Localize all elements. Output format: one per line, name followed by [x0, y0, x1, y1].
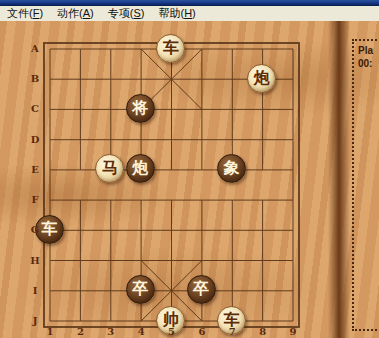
panel-divider — [328, 21, 350, 338]
piece-cannon-B8[interactable]: 炮 — [247, 64, 276, 93]
player-name-label: Pla — [358, 44, 379, 57]
file-label-3: 3 — [104, 326, 118, 338]
rank-label-J: J — [28, 315, 42, 327]
menu-item-2[interactable]: 专项(S) — [101, 6, 152, 21]
piece-elephant-E7[interactable]: 象 — [217, 154, 246, 183]
piece-general-C4[interactable]: 将 — [126, 94, 155, 123]
player-info-panel: Pla 00: — [352, 39, 379, 331]
file-label-7: 7 — [225, 326, 239, 338]
rank-label-H: H — [28, 255, 42, 267]
piece-horse-E3[interactable]: 马 — [95, 154, 124, 183]
piece-soldier-I4[interactable]: 卒 — [126, 275, 155, 304]
board-background: 车炮将马炮象车卒卒帅车 ABCDEFGHIJ123456789 Pla 00: — [0, 21, 379, 338]
rank-label-G: G — [28, 224, 42, 236]
menu-item-3[interactable]: 帮助(H) — [151, 6, 202, 21]
file-label-4: 4 — [134, 326, 148, 338]
file-label-2: 2 — [73, 326, 87, 338]
board-grid[interactable]: 车炮将马炮象车卒卒帅车 — [34, 33, 307, 335]
piece-soldier-I6[interactable]: 卒 — [187, 275, 216, 304]
piece-cannon-E4[interactable]: 炮 — [126, 154, 155, 183]
file-label-1: 1 — [43, 326, 57, 338]
piece-chariot-A5[interactable]: 车 — [156, 34, 185, 63]
rank-label-E: E — [28, 164, 42, 176]
menu-bar: 文件(F)动作(A)专项(S)帮助(H) — [0, 6, 379, 22]
menu-item-1[interactable]: 动作(A) — [50, 6, 101, 21]
rank-label-D: D — [28, 134, 42, 146]
file-label-6: 6 — [195, 326, 209, 338]
file-label-5: 5 — [165, 326, 179, 338]
rank-label-I: I — [28, 285, 42, 297]
menu-item-0[interactable]: 文件(F) — [0, 6, 50, 21]
rank-label-C: C — [28, 103, 42, 115]
file-label-8: 8 — [256, 326, 270, 338]
file-label-9: 9 — [286, 326, 300, 338]
rank-label-A: A — [28, 43, 42, 55]
player-timer: 00: — [358, 57, 379, 70]
rank-label-F: F — [28, 194, 42, 206]
app-window: 文件(F)动作(A)专项(S)帮助(H) — [0, 0, 379, 338]
rank-label-B: B — [28, 73, 42, 85]
